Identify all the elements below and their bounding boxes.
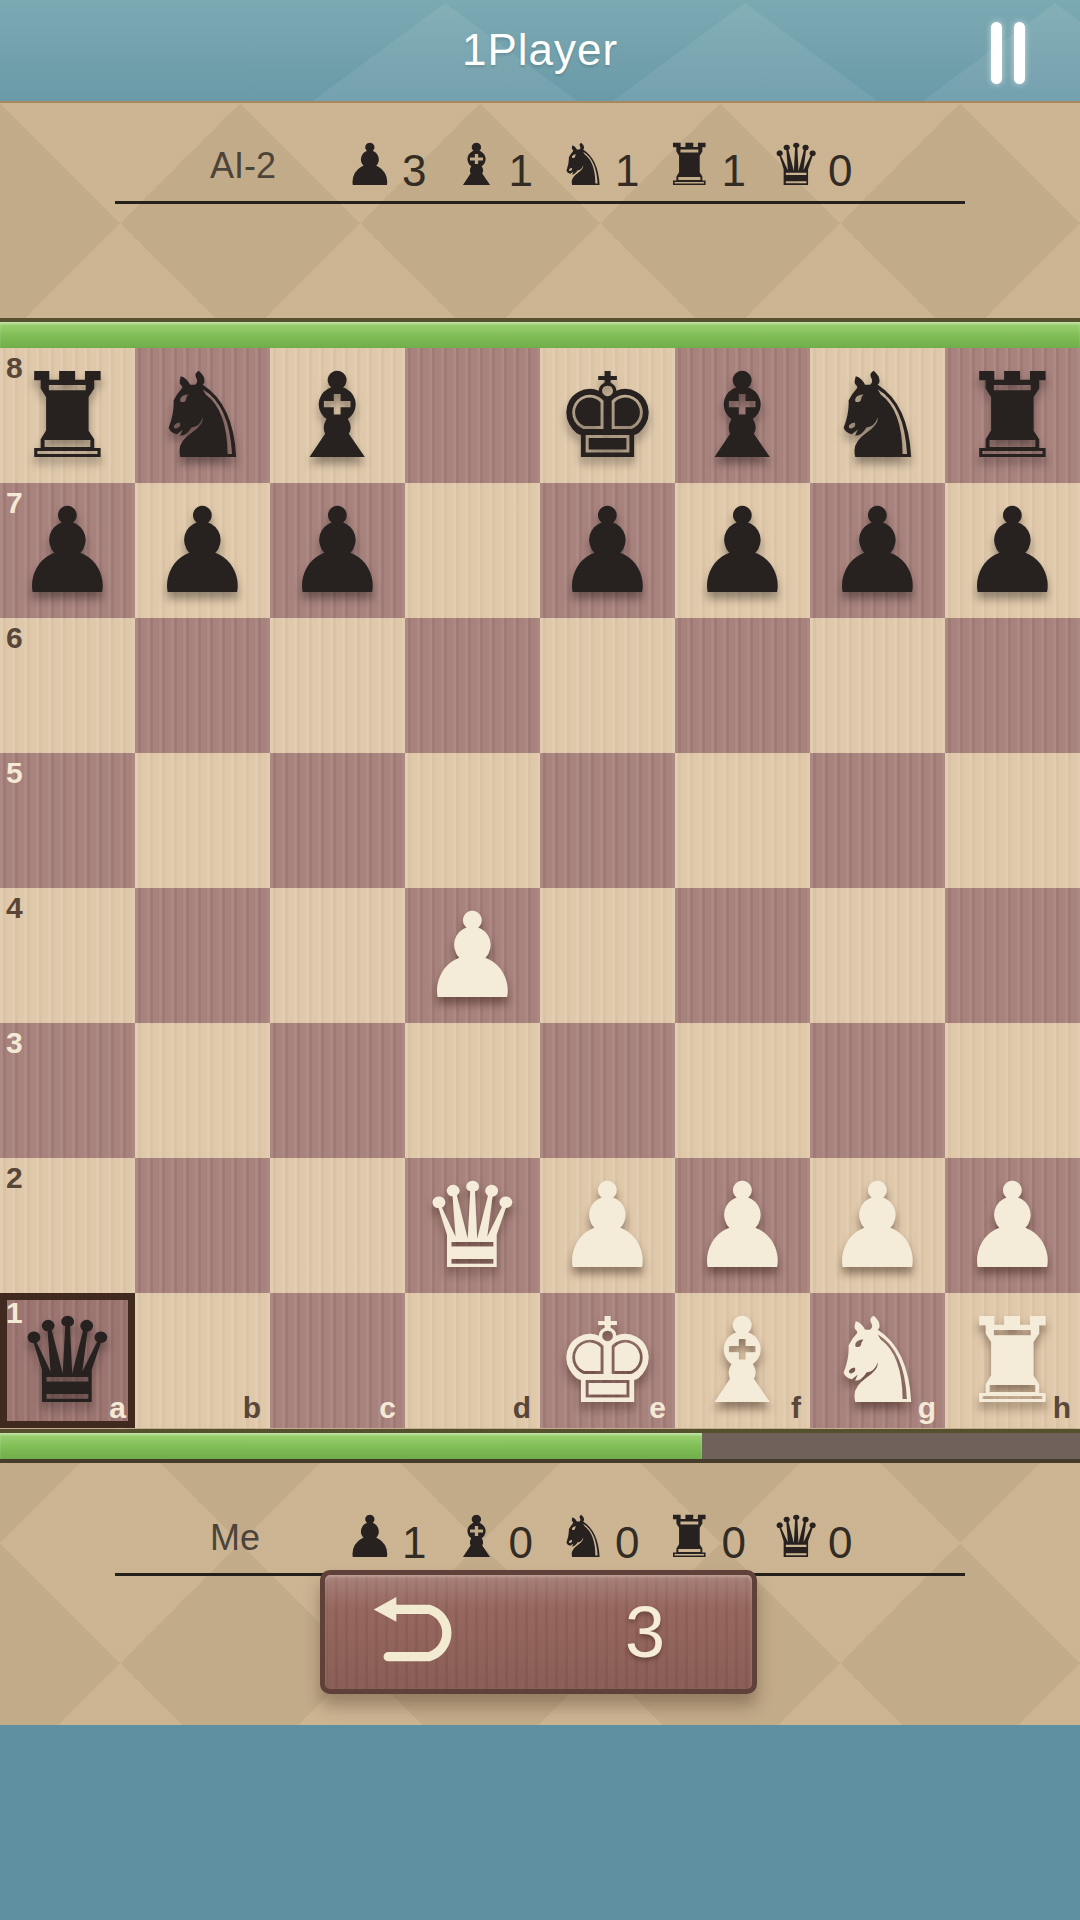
file-label-d: d [513,1393,531,1423]
square-h5[interactable] [945,753,1080,888]
rank-label-7: 7 [6,488,23,518]
captured-rook-group: ♜0 [663,1510,745,1565]
opponent-capture-list: ♟3♝1♞1♜1♛0 [344,138,852,193]
square-d4[interactable]: ♟ [405,888,540,1023]
square-d1[interactable]: d [405,1293,540,1428]
captured-bishop-count: 0 [508,1521,532,1565]
square-h2[interactable]: ♟ [945,1158,1080,1293]
square-g7[interactable]: ♟ [810,483,945,618]
file-label-e: e [649,1393,666,1423]
rook-icon: ♜ [663,1510,715,1565]
white-rook: ♜ [945,1293,1080,1428]
captured-bishop-group: ♝1 [450,138,532,193]
white-pawn: ♟ [810,1158,945,1293]
square-b8[interactable]: ♞ [135,348,270,483]
square-a6[interactable]: 6 [0,618,135,753]
captured-rook-group: ♜1 [663,138,745,193]
captured-pawn-count: 3 [402,149,426,193]
square-c8[interactable]: ♝ [270,348,405,483]
square-a1[interactable]: 1a♛ [0,1293,135,1428]
rook-icon: ♜ [663,138,715,193]
captured-bishop-group: ♝0 [450,1510,532,1565]
bishop-icon: ♝ [450,1510,502,1565]
square-f1[interactable]: f♝ [675,1293,810,1428]
chess-board: 8♜♞♝♚♝♞♜7♟♟♟♟♟♟♟654♟32♛♟♟♟♟1a♛bcde♚f♝g♞h… [0,348,1080,1428]
square-a4[interactable]: 4 [0,888,135,1023]
square-g3[interactable] [810,1023,945,1158]
opponent-name: AI-2 [210,145,310,187]
black-pawn: ♟ [270,483,405,618]
square-d2[interactable]: ♛ [405,1158,540,1293]
footer-bar [0,1725,1080,1920]
knight-icon: ♞ [557,138,609,193]
captured-queen-count: 0 [828,149,852,193]
captured-knight-group: ♞1 [557,138,639,193]
header-bar: 1Player [0,0,1080,103]
undo-button[interactable]: 3 [320,1570,757,1694]
square-g2[interactable]: ♟ [810,1158,945,1293]
captured-queen-group: ♛0 [770,1510,852,1565]
page-title: 1Player [0,0,1080,103]
opponent-capture-row: AI-2 ♟3♝1♞1♜1♛0 [115,104,965,204]
file-label-h: h [1053,1393,1071,1423]
square-h7[interactable]: ♟ [945,483,1080,618]
rank-label-8: 8 [6,353,23,383]
square-f7[interactable]: ♟ [675,483,810,618]
square-g4[interactable] [810,888,945,1023]
square-h3[interactable] [945,1023,1080,1158]
square-c2[interactable] [270,1158,405,1293]
captured-queen-group: ♛0 [770,138,852,193]
file-label-a: a [109,1393,126,1423]
black-bishop: ♝ [270,348,405,483]
captured-queen-count: 0 [828,1521,852,1565]
square-a5[interactable]: 5 [0,753,135,888]
black-rook: ♜ [945,348,1080,483]
square-d5[interactable] [405,753,540,888]
black-pawn: ♟ [810,483,945,618]
opponent-timer-bar [0,318,1080,352]
black-knight: ♞ [135,348,270,483]
rank-label-3: 3 [6,1028,23,1058]
white-pawn: ♟ [405,888,540,1023]
rank-label-2: 2 [6,1163,23,1193]
square-h4[interactable] [945,888,1080,1023]
square-d3[interactable] [405,1023,540,1158]
square-e3[interactable] [540,1023,675,1158]
square-a3[interactable]: 3 [0,1023,135,1158]
file-label-b: b [243,1393,261,1423]
white-pawn: ♟ [945,1158,1080,1293]
black-pawn: ♟ [135,483,270,618]
me-capture-row: Me ♟1♝0♞0♜0♛0 [115,1486,965,1576]
pawn-icon: ♟ [344,138,396,193]
square-f2[interactable]: ♟ [675,1158,810,1293]
me-timer-bar [0,1429,1080,1463]
undo-arrow-icon [367,1594,475,1670]
captured-pawn-count: 1 [402,1521,426,1565]
black-pawn: ♟ [945,483,1080,618]
captured-rook-count: 0 [721,1521,745,1565]
square-g5[interactable] [810,753,945,888]
square-a2[interactable]: 2 [0,1158,135,1293]
square-a7[interactable]: 7♟ [0,483,135,618]
square-e1[interactable]: e♚ [540,1293,675,1428]
captured-knight-group: ♞0 [557,1510,639,1565]
rank-label-4: 4 [6,893,23,923]
opponent-timer-fill [0,322,1080,348]
square-b4[interactable] [135,888,270,1023]
file-label-c: c [379,1393,396,1423]
undo-count: 3 [625,1596,665,1668]
captured-bishop-count: 1 [508,149,532,193]
pause-icon [1014,22,1025,84]
black-pawn: ♟ [540,483,675,618]
captured-rook-count: 1 [721,149,745,193]
captured-knight-count: 1 [615,149,639,193]
black-knight: ♞ [810,348,945,483]
square-e5[interactable] [540,753,675,888]
square-h6[interactable] [945,618,1080,753]
pawn-icon: ♟ [344,1510,396,1565]
square-e8[interactable]: ♚ [540,348,675,483]
square-h1[interactable]: h♜ [945,1293,1080,1428]
queen-icon: ♛ [770,138,822,193]
square-b2[interactable] [135,1158,270,1293]
square-g6[interactable] [810,618,945,753]
square-d8[interactable] [405,348,540,483]
pause-icon [991,22,1002,84]
black-pawn: ♟ [0,483,135,618]
file-label-g: g [918,1393,936,1423]
file-label-f: f [791,1393,801,1423]
square-h8[interactable]: ♜ [945,348,1080,483]
square-d6[interactable] [405,618,540,753]
square-f4[interactable] [675,888,810,1023]
knight-icon: ♞ [557,1510,609,1565]
black-king: ♚ [540,348,675,483]
captured-pawn-group: ♟1 [344,1510,426,1565]
white-pawn: ♟ [675,1158,810,1293]
black-rook: ♜ [0,348,135,483]
square-b3[interactable] [135,1023,270,1158]
square-b1[interactable]: b [135,1293,270,1428]
white-pawn: ♟ [540,1158,675,1293]
captured-knight-count: 0 [615,1521,639,1565]
square-f6[interactable] [675,618,810,753]
rank-label-5: 5 [6,758,23,788]
rank-label-1: 1 [6,1298,23,1328]
me-timer-fill [0,1433,702,1459]
black-queen: ♛ [0,1293,135,1428]
square-c5[interactable] [270,753,405,888]
white-king: ♚ [540,1293,675,1428]
square-g8[interactable]: ♞ [810,348,945,483]
square-b7[interactable]: ♟ [135,483,270,618]
square-g1[interactable]: g♞ [810,1293,945,1428]
square-f3[interactable] [675,1023,810,1158]
square-f8[interactable]: ♝ [675,348,810,483]
white-bishop: ♝ [675,1293,810,1428]
square-d7[interactable] [405,483,540,618]
white-knight: ♞ [810,1293,945,1428]
black-pawn: ♟ [675,483,810,618]
square-e2[interactable]: ♟ [540,1158,675,1293]
captured-pawn-group: ♟3 [344,138,426,193]
square-c3[interactable] [270,1023,405,1158]
square-e4[interactable] [540,888,675,1023]
me-name: Me [210,1517,310,1559]
square-e6[interactable] [540,618,675,753]
rank-label-6: 6 [6,623,23,653]
square-b6[interactable] [135,618,270,753]
me-capture-list: ♟1♝0♞0♜0♛0 [344,1510,852,1565]
queen-icon: ♛ [770,1510,822,1565]
square-c7[interactable]: ♟ [270,483,405,618]
black-bishop: ♝ [675,348,810,483]
bishop-icon: ♝ [450,138,502,193]
white-queen: ♛ [405,1158,540,1293]
square-e7[interactable]: ♟ [540,483,675,618]
square-c4[interactable] [270,888,405,1023]
pause-button[interactable] [978,22,1038,84]
square-a8[interactable]: 8♜ [0,348,135,483]
square-f5[interactable] [675,753,810,888]
square-c1[interactable]: c [270,1293,405,1428]
square-b5[interactable] [135,753,270,888]
square-c6[interactable] [270,618,405,753]
